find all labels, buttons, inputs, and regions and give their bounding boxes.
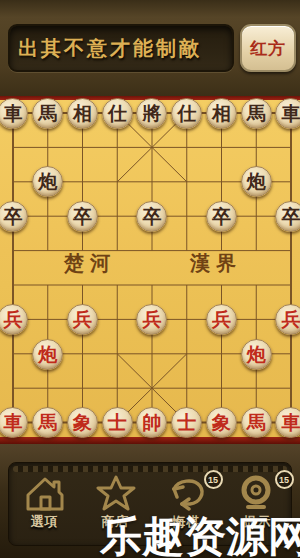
toolbar-trim [13,466,287,472]
piece-grid: 車馬相仕將仕相馬車炮炮卒卒卒卒卒兵兵兵兵兵炮炮車馬象士帥士象馬車 [0,96,300,441]
piece-red[interactable]: 炮 [32,339,63,370]
shop-icon [93,473,139,513]
undo-icon [164,473,210,513]
piece-red[interactable]: 象 [206,407,237,438]
piece-red[interactable]: 車 [0,407,28,438]
piece-red[interactable]: 兵 [275,304,300,335]
piece-red[interactable]: 士 [171,407,202,438]
piece-black[interactable]: 炮 [241,166,272,197]
piece-red[interactable]: 兵 [206,304,237,335]
hint-icon [235,473,281,513]
red-side-turn-button[interactable]: 红方 [240,24,296,72]
piece-red[interactable]: 象 [67,407,98,438]
piece-black[interactable]: 車 [275,98,300,129]
piece-red[interactable]: 帥 [136,407,167,438]
piece-red[interactable]: 馬 [32,407,63,438]
piece-black[interactable]: 相 [67,98,98,129]
piece-red[interactable]: 車 [275,407,300,438]
piece-red[interactable]: 炮 [241,339,272,370]
piece-red[interactable]: 兵 [136,304,167,335]
piece-black[interactable]: 炮 [32,166,63,197]
turn-button-label: 红方 [250,37,286,60]
piece-red[interactable]: 兵 [0,304,28,335]
options-button[interactable]: 選項 [13,473,77,531]
piece-black[interactable]: 將 [136,98,167,129]
piece-black[interactable]: 相 [206,98,237,129]
piece-black[interactable]: 卒 [136,201,167,232]
home-icon [22,473,68,513]
piece-red[interactable]: 馬 [241,407,272,438]
xiangqi-app: 出其不意才能制敵 红方 楚河 漢界 車馬相仕將仕相馬車炮炮卒卒卒卒卒兵兵兵兵兵炮… [0,0,300,558]
piece-black[interactable]: 車 [0,98,28,129]
piece-red[interactable]: 士 [102,407,133,438]
piece-black[interactable]: 卒 [0,201,28,232]
quote-panel: 出其不意才能制敵 [8,24,234,72]
site-watermark: 乐趣资源网 [100,509,300,558]
undo-count-badge: 15 [204,470,223,489]
header: 出其不意才能制敵 红方 [0,0,300,96]
options-label: 選項 [31,513,59,531]
piece-red[interactable]: 兵 [67,304,98,335]
piece-black[interactable]: 卒 [206,201,237,232]
piece-black[interactable]: 仕 [102,98,133,129]
piece-black[interactable]: 馬 [32,98,63,129]
piece-black[interactable]: 仕 [171,98,202,129]
piece-black[interactable]: 馬 [241,98,272,129]
quote-text: 出其不意才能制敵 [18,35,202,62]
hint-count-badge: 15 [275,470,294,489]
piece-black[interactable]: 卒 [67,201,98,232]
piece-black[interactable]: 卒 [275,201,300,232]
